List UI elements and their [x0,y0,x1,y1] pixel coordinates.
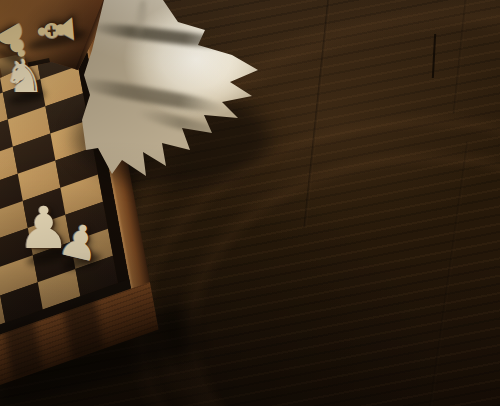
photo-still-life: ♝ ♟ ♞ ♟ ♟ [0,0,500,406]
white-knight: ♞ [0,50,48,102]
